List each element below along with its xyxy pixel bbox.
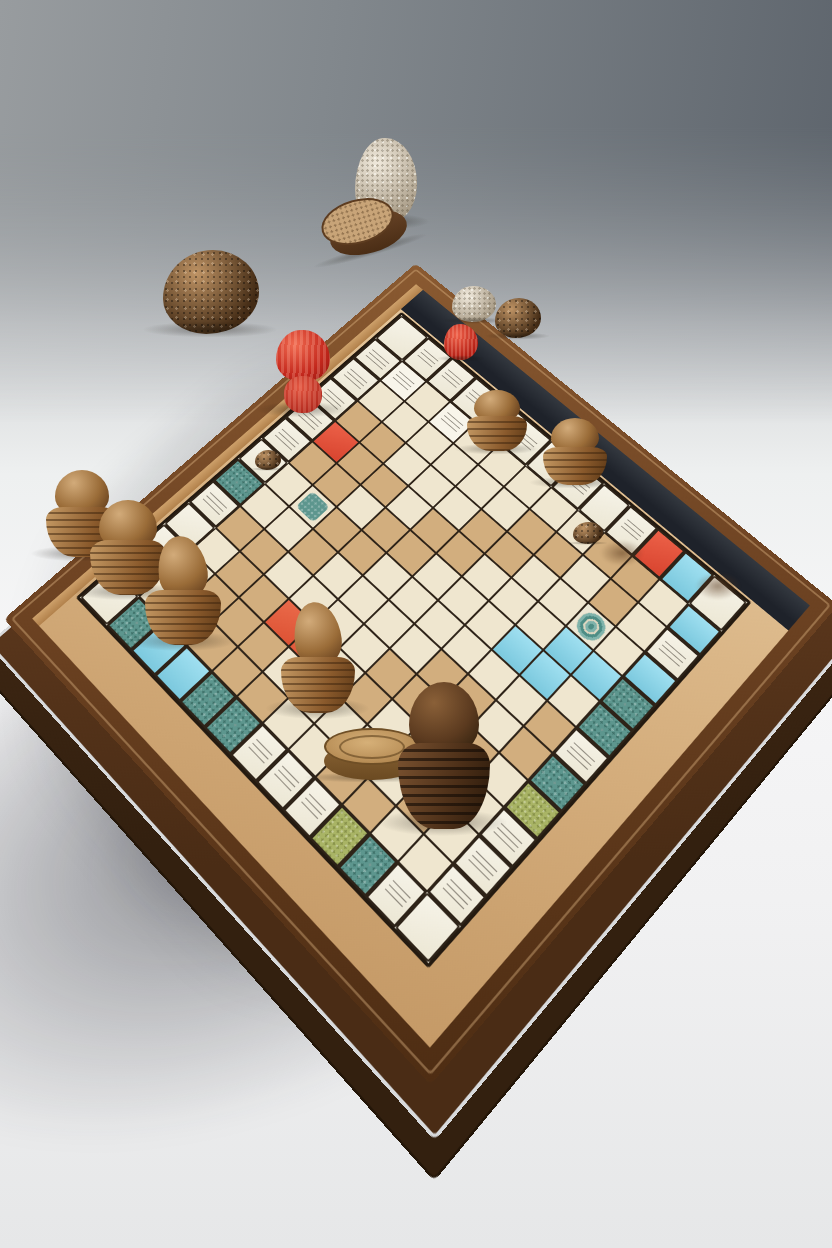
- scene: ●○⛀○●♟♟♙♙●●♙♙♙♙⛀♟: [0, 0, 832, 1248]
- piece-glyph: ♙: [467, 390, 468, 391]
- tile-inscription: [566, 741, 595, 770]
- piece-base: [398, 743, 490, 829]
- stain-1: [600, 540, 644, 566]
- piece-glyph: ♙: [90, 500, 91, 501]
- red-small-piece[interactable]: ♟: [444, 324, 478, 360]
- red-knob-piece[interactable]: ♟: [271, 330, 335, 414]
- piece-base: [284, 376, 322, 413]
- tile-inscription: [298, 793, 327, 823]
- piece-glyph: ♙: [145, 536, 146, 537]
- piece-head: [276, 330, 330, 382]
- tile-inscription: [202, 492, 228, 516]
- piece-glyph: ♙: [543, 418, 544, 419]
- piece-glyph: ♟: [398, 682, 399, 683]
- pawn-dark[interactable]: ♟: [398, 682, 490, 830]
- piece-glyph: ♙: [281, 602, 282, 603]
- tile-inscription: [245, 738, 273, 767]
- piece-glyph: ⛀: [316, 210, 317, 211]
- pawn-5[interactable]: ♙: [145, 536, 221, 646]
- tile-inscription: [271, 765, 299, 794]
- tile-inscription: [365, 349, 390, 370]
- stain-2: [695, 572, 741, 600]
- stone-white-small[interactable]: ○: [452, 286, 496, 322]
- tile-inscription: [439, 369, 464, 390]
- tile-inscription: [274, 428, 299, 451]
- tile-inscription: [658, 640, 687, 667]
- pebble-2[interactable]: ●: [573, 522, 603, 544]
- tile-inscription: [343, 368, 368, 390]
- piece-base: [145, 590, 221, 645]
- pawn-6[interactable]: ♙: [281, 602, 355, 714]
- piece-glyph: ♟: [271, 330, 272, 331]
- tile-inscription: [618, 518, 644, 542]
- stone-truffle-dark[interactable]: ●: [163, 250, 259, 334]
- piece-glyph: ⛀: [324, 728, 325, 729]
- piece-base: [281, 657, 355, 713]
- pawn-2[interactable]: ♙: [543, 418, 607, 486]
- tile-inscription: [381, 879, 411, 911]
- tile-inscription: [391, 371, 415, 392]
- piece-base: [543, 447, 607, 486]
- piece-glyph: ♙: [46, 470, 47, 471]
- pebble-1[interactable]: ●: [255, 450, 281, 470]
- tile-inscription: [442, 878, 472, 910]
- tile-inscription: [439, 412, 464, 434]
- tile-inscription: [468, 850, 498, 881]
- stone-ball[interactable]: ●: [495, 298, 541, 338]
- pawn-1[interactable]: ♙: [467, 390, 527, 452]
- piece-base: [467, 416, 527, 451]
